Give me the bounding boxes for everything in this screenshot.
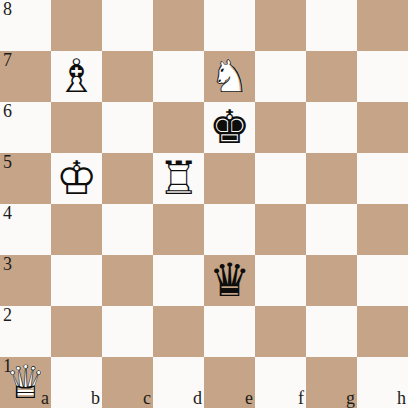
black-king[interactable]: ♚: [204, 102, 255, 153]
white-rook[interactable]: ♜♖: [153, 153, 204, 204]
square-g6[interactable]: [306, 102, 357, 153]
square-e6[interactable]: ♚: [204, 102, 255, 153]
square-c2[interactable]: [102, 306, 153, 357]
square-h5[interactable]: [357, 153, 408, 204]
square-a3[interactable]: [0, 255, 51, 306]
square-e5[interactable]: [204, 153, 255, 204]
square-e2[interactable]: [204, 306, 255, 357]
square-a2[interactable]: [0, 306, 51, 357]
square-f8[interactable]: [255, 0, 306, 51]
chess-board: ♝♗♞♘♚♚♔♜♖♛♛♕: [0, 0, 408, 408]
square-a6[interactable]: [0, 102, 51, 153]
white-bishop-glyph: ♗: [51, 51, 102, 102]
square-b6[interactable]: [51, 102, 102, 153]
square-c4[interactable]: [102, 204, 153, 255]
black-queen-glyph: ♛: [204, 255, 255, 306]
square-h6[interactable]: [357, 102, 408, 153]
square-a8[interactable]: [0, 0, 51, 51]
white-knight[interactable]: ♞♘: [204, 51, 255, 102]
white-queen-glyph: ♕: [0, 357, 51, 408]
square-b7[interactable]: ♝♗: [51, 51, 102, 102]
black-king-glyph: ♚: [204, 102, 255, 153]
square-d7[interactable]: [153, 51, 204, 102]
square-d5[interactable]: ♜♖: [153, 153, 204, 204]
white-king-glyph: ♔: [51, 153, 102, 204]
square-a4[interactable]: [0, 204, 51, 255]
square-f4[interactable]: [255, 204, 306, 255]
square-g3[interactable]: [306, 255, 357, 306]
square-g1[interactable]: [306, 357, 357, 408]
square-g2[interactable]: [306, 306, 357, 357]
square-b4[interactable]: [51, 204, 102, 255]
square-e8[interactable]: [204, 0, 255, 51]
square-g8[interactable]: [306, 0, 357, 51]
square-e4[interactable]: [204, 204, 255, 255]
square-c7[interactable]: [102, 51, 153, 102]
square-c6[interactable]: [102, 102, 153, 153]
square-h2[interactable]: [357, 306, 408, 357]
square-f3[interactable]: [255, 255, 306, 306]
square-c8[interactable]: [102, 0, 153, 51]
square-e7[interactable]: ♞♘: [204, 51, 255, 102]
square-c3[interactable]: [102, 255, 153, 306]
square-d8[interactable]: [153, 0, 204, 51]
white-bishop[interactable]: ♝♗: [51, 51, 102, 102]
square-f7[interactable]: [255, 51, 306, 102]
square-b5[interactable]: ♚♔: [51, 153, 102, 204]
square-g7[interactable]: [306, 51, 357, 102]
square-c5[interactable]: [102, 153, 153, 204]
white-rook-glyph: ♖: [153, 153, 204, 204]
square-h3[interactable]: [357, 255, 408, 306]
square-a1[interactable]: ♛♕: [0, 357, 51, 408]
square-b1[interactable]: [51, 357, 102, 408]
square-b3[interactable]: [51, 255, 102, 306]
square-h4[interactable]: [357, 204, 408, 255]
square-d4[interactable]: [153, 204, 204, 255]
white-queen[interactable]: ♛♕: [0, 357, 51, 408]
square-h7[interactable]: [357, 51, 408, 102]
square-g5[interactable]: [306, 153, 357, 204]
black-queen[interactable]: ♛: [204, 255, 255, 306]
square-f1[interactable]: [255, 357, 306, 408]
chess-diagram: ♝♗♞♘♚♚♔♜♖♛♛♕ 87654321abcdefgh: [0, 0, 408, 408]
square-f5[interactable]: [255, 153, 306, 204]
square-h8[interactable]: [357, 0, 408, 51]
white-king[interactable]: ♚♔: [51, 153, 102, 204]
square-d3[interactable]: [153, 255, 204, 306]
square-f6[interactable]: [255, 102, 306, 153]
square-c1[interactable]: [102, 357, 153, 408]
square-e3[interactable]: ♛: [204, 255, 255, 306]
square-d1[interactable]: [153, 357, 204, 408]
square-d2[interactable]: [153, 306, 204, 357]
square-g4[interactable]: [306, 204, 357, 255]
square-f2[interactable]: [255, 306, 306, 357]
square-d6[interactable]: [153, 102, 204, 153]
square-b2[interactable]: [51, 306, 102, 357]
square-a5[interactable]: [0, 153, 51, 204]
square-b8[interactable]: [51, 0, 102, 51]
square-a7[interactable]: [0, 51, 51, 102]
white-knight-glyph: ♘: [204, 51, 255, 102]
square-h1[interactable]: [357, 357, 408, 408]
square-e1[interactable]: [204, 357, 255, 408]
